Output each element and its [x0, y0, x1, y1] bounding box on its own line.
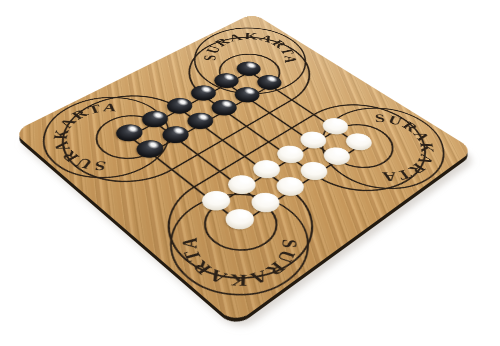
surakarta-photo-scene: SURAKARTA SURAKARTA SURAKARTA SURAKARTA: [0, 0, 500, 346]
surakarta-board: SURAKARTA SURAKARTA SURAKARTA SURAKARTA: [13, 13, 474, 324]
